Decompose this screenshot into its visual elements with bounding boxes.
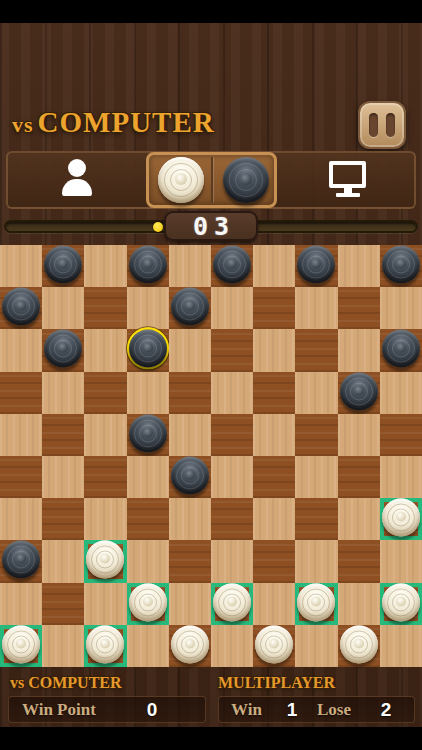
square-r7c6[interactable] [253,540,295,582]
square-r1c0[interactable] [0,287,42,329]
square-r4c2 [84,414,126,456]
white-piece[interactable] [86,625,124,663]
white-piece[interactable] [171,625,209,663]
square-r4c1[interactable] [42,414,84,456]
square-r2c8 [338,329,380,371]
win-label: Win [231,700,262,720]
square-r0c9[interactable] [380,245,422,287]
white-piece[interactable] [129,583,167,621]
person-icon-head [68,159,86,177]
square-r2c9[interactable] [380,329,422,371]
square-r7c1 [42,540,84,582]
square-r6c2 [84,498,126,540]
white-piece[interactable] [382,499,420,537]
square-r7c2[interactable] [84,540,126,582]
win-value: 1 [281,699,303,721]
square-r8c8 [338,583,380,625]
square-r8c1[interactable] [42,583,84,625]
win-point-value: 0 [141,699,163,721]
square-r4c9[interactable] [380,414,422,456]
top-black-bar [0,0,422,23]
tray-black-checker [223,157,269,203]
square-r1c5 [211,287,253,329]
square-r1c7 [295,287,337,329]
square-r4c5[interactable] [211,414,253,456]
pause-icon [386,113,395,137]
win-point-label: Win Point [22,700,96,720]
piece-tray [146,152,277,208]
square-r6c9[interactable] [380,498,422,540]
square-r8c9[interactable] [380,583,422,625]
white-piece[interactable] [382,583,420,621]
square-r8c0 [0,583,42,625]
win-lose-panel: Win 1 Lose 2 [218,696,415,723]
timer-value: 03 [193,212,235,241]
person-icon [62,158,92,200]
black-piece[interactable] [129,246,167,284]
square-r3c4[interactable] [169,372,211,414]
square-r7c7 [295,540,337,582]
timer-progress-dot [153,222,163,232]
square-r3c0[interactable] [0,372,42,414]
square-r7c4[interactable] [169,540,211,582]
square-r0c4 [169,245,211,287]
square-r0c6 [253,245,295,287]
square-r3c1 [42,372,84,414]
square-r1c4[interactable] [169,287,211,329]
square-r2c3[interactable] [127,329,169,371]
square-r4c6 [253,414,295,456]
square-r1c8[interactable] [338,287,380,329]
square-r1c1 [42,287,84,329]
lose-value: 2 [375,699,397,721]
square-r6c0 [0,498,42,540]
black-piece[interactable] [129,330,167,368]
black-piece[interactable] [44,246,82,284]
square-r3c7 [295,372,337,414]
square-r8c5[interactable] [211,583,253,625]
square-r5c3 [127,456,169,498]
square-r6c1[interactable] [42,498,84,540]
square-r3c2[interactable] [84,372,126,414]
square-r2c1[interactable] [42,329,84,371]
square-r0c1[interactable] [42,245,84,287]
square-r3c3 [127,372,169,414]
white-piece[interactable] [297,583,335,621]
tray-divider [211,157,213,203]
square-r2c7[interactable] [295,329,337,371]
white-piece[interactable] [2,625,40,663]
win-point-panel: Win Point 0 [8,696,206,723]
square-r9c5 [211,625,253,667]
square-r9c2[interactable] [84,625,126,667]
square-r5c9 [380,456,422,498]
black-piece[interactable] [382,246,420,284]
square-r1c6[interactable] [253,287,295,329]
square-r3c6[interactable] [253,372,295,414]
square-r6c8 [338,498,380,540]
square-r8c2 [84,583,126,625]
square-r0c7[interactable] [295,245,337,287]
square-r3c8[interactable] [338,372,380,414]
page-title: vs COMPUTER [12,106,215,139]
square-r9c0[interactable] [0,625,42,667]
square-r4c8 [338,414,380,456]
square-r9c4[interactable] [169,625,211,667]
square-r4c7[interactable] [295,414,337,456]
footer-multiplayer-label: MULTIPLAYER [218,674,335,692]
black-piece[interactable] [340,372,378,410]
square-r5c5 [211,456,253,498]
square-r8c4 [169,583,211,625]
square-r7c9 [380,540,422,582]
pause-icon [369,113,378,137]
person-icon-body [62,179,92,196]
black-piece[interactable] [382,330,420,368]
black-piece[interactable] [213,246,251,284]
lose-label: Lose [317,700,351,720]
bottom-black-bar [0,727,422,750]
square-r0c2 [84,245,126,287]
square-r6c5[interactable] [211,498,253,540]
square-r4c0 [0,414,42,456]
monitor-icon-screen [329,161,366,188]
square-r6c4 [169,498,211,540]
square-r9c6[interactable] [253,625,295,667]
title-vs: vs [12,112,34,137]
title-main: COMPUTER [38,106,215,138]
square-r8c6 [253,583,295,625]
square-r0c0 [0,245,42,287]
square-r2c6 [253,329,295,371]
black-piece[interactable] [2,541,40,579]
square-r6c3[interactable] [127,498,169,540]
square-r9c8[interactable] [338,625,380,667]
monitor-icon [329,161,366,197]
square-r4c3[interactable] [127,414,169,456]
square-r9c7 [295,625,337,667]
square-r2c2 [84,329,126,371]
square-r0c8 [338,245,380,287]
square-r1c9 [380,287,422,329]
square-r5c8[interactable] [338,456,380,498]
square-r9c3 [127,625,169,667]
square-r7c5 [211,540,253,582]
square-r8c7[interactable] [295,583,337,625]
square-r4c4 [169,414,211,456]
square-r5c7 [295,456,337,498]
square-r7c0[interactable] [0,540,42,582]
white-piece[interactable] [213,583,251,621]
square-r2c0 [0,329,42,371]
square-r1c3 [127,287,169,329]
timer-display: 03 [164,211,258,241]
square-r3c5 [211,372,253,414]
square-r2c5[interactable] [211,329,253,371]
square-r5c1 [42,456,84,498]
square-r1c2[interactable] [84,287,126,329]
black-piece[interactable] [297,246,335,284]
footer-vs-computer-label: vs COMPUTER [10,674,122,692]
white-piece[interactable] [86,541,124,579]
board [0,245,422,667]
app-screen: vs COMPUTER 03 vs COMPUTER MULTIPLAYER W… [0,0,422,750]
square-r7c3 [127,540,169,582]
square-r7c8[interactable] [338,540,380,582]
black-piece[interactable] [2,288,40,326]
black-piece[interactable] [171,288,209,326]
black-piece[interactable] [129,414,167,452]
black-piece[interactable] [171,457,209,495]
square-r8c3[interactable] [127,583,169,625]
square-r6c7[interactable] [295,498,337,540]
black-piece[interactable] [44,330,82,368]
white-piece[interactable] [340,625,378,663]
square-r9c9 [380,625,422,667]
white-piece[interactable] [255,625,293,663]
square-r6c6 [253,498,295,540]
tray-white-checker [158,157,204,203]
square-r0c3[interactable] [127,245,169,287]
square-r0c5[interactable] [211,245,253,287]
monitor-icon-base [336,193,360,197]
square-r5c4[interactable] [169,456,211,498]
square-r2c4 [169,329,211,371]
square-r3c9 [380,372,422,414]
square-r5c6[interactable] [253,456,295,498]
square-r9c1 [42,625,84,667]
square-r5c2[interactable] [84,456,126,498]
square-r5c0[interactable] [0,456,42,498]
pause-button[interactable] [358,101,406,149]
